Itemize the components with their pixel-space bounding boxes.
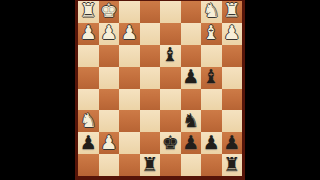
square-b8[interactable] — [201, 154, 222, 176]
square-h1[interactable]: ♜ — [78, 1, 99, 23]
square-h2[interactable]: ♟ — [78, 23, 99, 45]
white-knight[interactable]: ♞ — [80, 111, 97, 130]
square-c7[interactable]: ♟ — [181, 132, 202, 154]
square-g1[interactable]: ♚ — [99, 1, 120, 23]
square-b2[interactable]: ♝ — [201, 23, 222, 45]
square-b6[interactable] — [201, 110, 222, 132]
chess-board-frame: ♜♚♞♜♟♟♟♝♟♝♟♝♞♞♟♟♚♟♟♟♜♜ — [75, 0, 245, 180]
square-a5[interactable] — [222, 89, 243, 111]
square-b3[interactable] — [201, 45, 222, 67]
square-a2[interactable]: ♟ — [222, 23, 243, 45]
square-c3[interactable] — [181, 45, 202, 67]
square-d1[interactable] — [160, 1, 181, 23]
square-h5[interactable] — [78, 89, 99, 111]
square-e5[interactable] — [140, 89, 161, 111]
square-h4[interactable] — [78, 67, 99, 89]
black-pawn[interactable]: ♟ — [203, 133, 220, 152]
square-e3[interactable] — [140, 45, 161, 67]
black-pawn[interactable]: ♟ — [223, 133, 240, 152]
square-f8[interactable] — [119, 154, 140, 176]
square-e6[interactable] — [140, 110, 161, 132]
white-pawn[interactable]: ♟ — [100, 23, 117, 42]
white-rook[interactable]: ♜ — [80, 1, 97, 20]
square-h6[interactable]: ♞ — [78, 110, 99, 132]
square-g5[interactable] — [99, 89, 120, 111]
square-d3[interactable]: ♝ — [160, 45, 181, 67]
square-c1[interactable] — [181, 1, 202, 23]
square-f2[interactable]: ♟ — [119, 23, 140, 45]
black-pawn[interactable]: ♟ — [182, 133, 199, 152]
square-c2[interactable] — [181, 23, 202, 45]
square-d6[interactable] — [160, 110, 181, 132]
square-h7[interactable]: ♟ — [78, 132, 99, 154]
square-d7[interactable]: ♚ — [160, 132, 181, 154]
white-rook[interactable]: ♜ — [223, 1, 240, 20]
square-e4[interactable] — [140, 67, 161, 89]
white-bishop[interactable]: ♝ — [203, 23, 220, 42]
square-b1[interactable]: ♞ — [201, 1, 222, 23]
square-a7[interactable]: ♟ — [222, 132, 243, 154]
chess-board: ♜♚♞♜♟♟♟♝♟♝♟♝♞♞♟♟♚♟♟♟♜♜ — [78, 1, 242, 176]
square-g3[interactable] — [99, 45, 120, 67]
square-e7[interactable] — [140, 132, 161, 154]
black-bishop[interactable]: ♝ — [162, 45, 179, 64]
square-d8[interactable] — [160, 154, 181, 176]
square-g6[interactable] — [99, 110, 120, 132]
square-g7[interactable]: ♟ — [99, 132, 120, 154]
white-pawn[interactable]: ♟ — [80, 23, 97, 42]
square-c5[interactable] — [181, 89, 202, 111]
black-rook[interactable]: ♜ — [223, 155, 240, 174]
square-g8[interactable] — [99, 154, 120, 176]
square-a6[interactable] — [222, 110, 243, 132]
square-h8[interactable] — [78, 154, 99, 176]
square-c6[interactable]: ♞ — [181, 110, 202, 132]
square-c4[interactable]: ♟ — [181, 67, 202, 89]
square-a3[interactable] — [222, 45, 243, 67]
square-g2[interactable]: ♟ — [99, 23, 120, 45]
square-a1[interactable]: ♜ — [222, 1, 243, 23]
square-f7[interactable] — [119, 132, 140, 154]
square-c8[interactable] — [181, 154, 202, 176]
page-background: ♜♚♞♜♟♟♟♝♟♝♟♝♞♞♟♟♚♟♟♟♜♜ — [0, 0, 320, 180]
square-f1[interactable] — [119, 1, 140, 23]
square-e8[interactable]: ♜ — [140, 154, 161, 176]
black-king[interactable]: ♚ — [162, 133, 179, 152]
square-h3[interactable] — [78, 45, 99, 67]
square-d2[interactable] — [160, 23, 181, 45]
square-e2[interactable] — [140, 23, 161, 45]
black-pawn[interactable]: ♟ — [182, 67, 199, 86]
white-pawn[interactable]: ♟ — [121, 23, 138, 42]
square-b5[interactable] — [201, 89, 222, 111]
white-pawn[interactable]: ♟ — [100, 133, 117, 152]
square-d4[interactable] — [160, 67, 181, 89]
square-f5[interactable] — [119, 89, 140, 111]
white-knight[interactable]: ♞ — [203, 1, 220, 20]
square-a4[interactable] — [222, 67, 243, 89]
square-a8[interactable]: ♜ — [222, 154, 243, 176]
square-d5[interactable] — [160, 89, 181, 111]
black-pawn[interactable]: ♟ — [80, 133, 97, 152]
square-f3[interactable] — [119, 45, 140, 67]
black-rook[interactable]: ♜ — [141, 155, 158, 174]
black-bishop[interactable]: ♝ — [203, 67, 220, 86]
square-g4[interactable] — [99, 67, 120, 89]
square-f6[interactable] — [119, 110, 140, 132]
white-pawn[interactable]: ♟ — [223, 23, 240, 42]
square-f4[interactable] — [119, 67, 140, 89]
black-knight[interactable]: ♞ — [182, 111, 199, 130]
square-b7[interactable]: ♟ — [201, 132, 222, 154]
square-e1[interactable] — [140, 1, 161, 23]
white-king[interactable]: ♚ — [100, 1, 117, 20]
square-b4[interactable]: ♝ — [201, 67, 222, 89]
